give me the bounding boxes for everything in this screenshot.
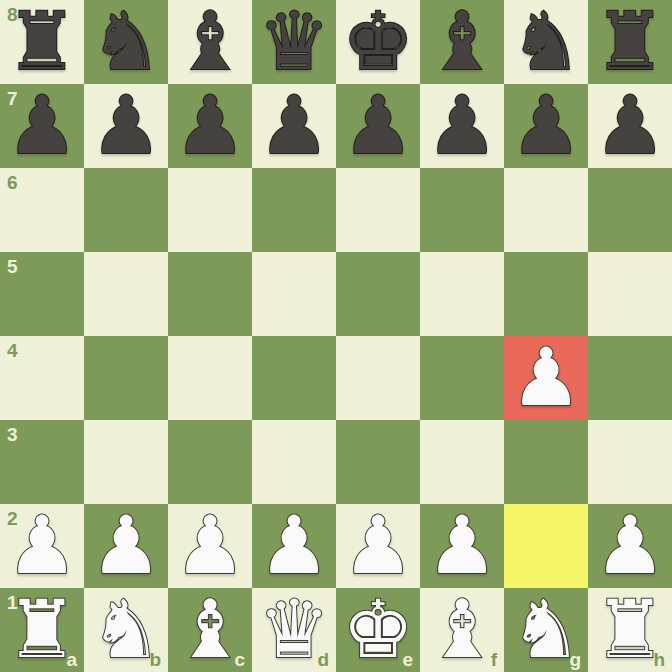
black-bishop-c8[interactable]: ♝ [174,2,246,82]
square-c4[interactable] [168,336,252,420]
black-pawn-d7[interactable]: ♟ [258,86,330,166]
black-pawn-b7[interactable]: ♟ [90,86,162,166]
square-g3[interactable] [504,420,588,504]
white-king-e1[interactable]: ♚ [342,590,414,670]
square-c1[interactable]: c♝ [168,588,252,672]
white-pawn-f2[interactable]: ♟ [426,506,498,586]
square-f8[interactable]: ♝ [420,0,504,84]
white-rook-h1[interactable]: ♜ [594,590,666,670]
square-a6[interactable]: 6 [0,168,84,252]
square-b2[interactable]: ♟ [84,504,168,588]
rank-label-5: 5 [7,257,18,276]
black-rook-a8[interactable]: ♜ [6,2,78,82]
square-f6[interactable] [420,168,504,252]
square-g6[interactable] [504,168,588,252]
square-c3[interactable] [168,420,252,504]
square-h1[interactable]: h♜ [588,588,672,672]
square-b3[interactable] [84,420,168,504]
square-f1[interactable]: f♝ [420,588,504,672]
square-a8[interactable]: 8♜ [0,0,84,84]
square-e7[interactable]: ♟ [336,84,420,168]
white-bishop-f1[interactable]: ♝ [426,590,498,670]
square-d2[interactable]: ♟ [252,504,336,588]
square-h5[interactable] [588,252,672,336]
black-pawn-g7[interactable]: ♟ [510,86,582,166]
square-h3[interactable] [588,420,672,504]
black-pawn-c7[interactable]: ♟ [174,86,246,166]
square-f7[interactable]: ♟ [420,84,504,168]
white-bishop-c1[interactable]: ♝ [174,590,246,670]
square-a2[interactable]: 2♟ [0,504,84,588]
square-a7[interactable]: 7♟ [0,84,84,168]
white-knight-b1[interactable]: ♞ [90,590,162,670]
rank-label-4: 4 [7,341,18,360]
black-rook-h8[interactable]: ♜ [594,2,666,82]
square-e1[interactable]: e♚ [336,588,420,672]
black-pawn-e7[interactable]: ♟ [342,86,414,166]
white-pawn-h2[interactable]: ♟ [594,506,666,586]
square-b1[interactable]: b♞ [84,588,168,672]
square-e2[interactable]: ♟ [336,504,420,588]
chess-board: 8♜♞♝♛♚♝♞♜7♟♟♟♟♟♟♟♟654♟32♟♟♟♟♟♟♟1a♜b♞c♝d♛… [0,0,672,672]
black-pawn-h7[interactable]: ♟ [594,86,666,166]
square-c5[interactable] [168,252,252,336]
square-e8[interactable]: ♚ [336,0,420,84]
square-b4[interactable] [84,336,168,420]
square-d8[interactable]: ♛ [252,0,336,84]
square-d4[interactable] [252,336,336,420]
square-b6[interactable] [84,168,168,252]
square-g5[interactable] [504,252,588,336]
square-d3[interactable] [252,420,336,504]
white-queen-d1[interactable]: ♛ [258,590,330,670]
square-b7[interactable]: ♟ [84,84,168,168]
white-knight-g1[interactable]: ♞ [510,590,582,670]
square-h6[interactable] [588,168,672,252]
square-d6[interactable] [252,168,336,252]
square-c7[interactable]: ♟ [168,84,252,168]
square-g8[interactable]: ♞ [504,0,588,84]
square-h7[interactable]: ♟ [588,84,672,168]
rank-label-3: 3 [7,425,18,444]
black-queen-d8[interactable]: ♛ [258,2,330,82]
black-pawn-f7[interactable]: ♟ [426,86,498,166]
square-d7[interactable]: ♟ [252,84,336,168]
square-f5[interactable] [420,252,504,336]
square-h8[interactable]: ♜ [588,0,672,84]
white-pawn-c2[interactable]: ♟ [174,506,246,586]
square-b8[interactable]: ♞ [84,0,168,84]
square-e4[interactable] [336,336,420,420]
black-knight-b8[interactable]: ♞ [90,2,162,82]
black-knight-g8[interactable]: ♞ [510,2,582,82]
square-d5[interactable] [252,252,336,336]
square-g7[interactable]: ♟ [504,84,588,168]
square-c2[interactable]: ♟ [168,504,252,588]
square-e5[interactable] [336,252,420,336]
square-a3[interactable]: 3 [0,420,84,504]
square-c6[interactable] [168,168,252,252]
square-a4[interactable]: 4 [0,336,84,420]
square-e3[interactable] [336,420,420,504]
square-g1[interactable]: g♞ [504,588,588,672]
white-pawn-e2[interactable]: ♟ [342,506,414,586]
white-pawn-a2[interactable]: ♟ [6,506,78,586]
square-h4[interactable] [588,336,672,420]
square-f3[interactable] [420,420,504,504]
black-bishop-f8[interactable]: ♝ [426,2,498,82]
black-pawn-a7[interactable]: ♟ [6,86,78,166]
white-pawn-g4[interactable]: ♟ [510,338,582,418]
square-e6[interactable] [336,168,420,252]
square-c8[interactable]: ♝ [168,0,252,84]
black-king-e8[interactable]: ♚ [342,2,414,82]
square-a5[interactable]: 5 [0,252,84,336]
square-g2[interactable] [504,504,588,588]
white-rook-a1[interactable]: ♜ [6,590,78,670]
square-f2[interactable]: ♟ [420,504,504,588]
square-b5[interactable] [84,252,168,336]
square-g4[interactable]: ♟ [504,336,588,420]
square-a1[interactable]: 1a♜ [0,588,84,672]
white-pawn-b2[interactable]: ♟ [90,506,162,586]
square-h2[interactable]: ♟ [588,504,672,588]
square-d1[interactable]: d♛ [252,588,336,672]
square-f4[interactable] [420,336,504,420]
rank-label-6: 6 [7,173,18,192]
white-pawn-d2[interactable]: ♟ [258,506,330,586]
